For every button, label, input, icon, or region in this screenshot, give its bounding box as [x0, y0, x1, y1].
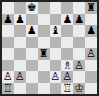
black-pawn: ♟: [3, 14, 13, 25]
square-a4[interactable]: [2, 48, 14, 60]
black-rook: ♜: [39, 48, 49, 59]
square-c3[interactable]: [26, 60, 38, 72]
square-c5[interactable]: [26, 37, 38, 49]
black-pawn: ♟: [74, 14, 84, 25]
square-h7[interactable]: [85, 14, 97, 26]
square-a5[interactable]: [2, 37, 14, 49]
square-c7[interactable]: [26, 14, 38, 26]
square-h4[interactable]: ♙: [85, 48, 97, 60]
square-d1[interactable]: [38, 83, 50, 95]
square-e7[interactable]: [50, 14, 62, 26]
square-h1[interactable]: [85, 83, 97, 95]
square-d3[interactable]: [38, 60, 50, 72]
square-g2[interactable]: [73, 71, 85, 83]
square-b1[interactable]: [14, 83, 26, 95]
square-a2[interactable]: ♙: [2, 71, 14, 83]
square-f5[interactable]: [61, 37, 73, 49]
white-pawn: ♙: [51, 71, 61, 82]
square-c2[interactable]: [26, 71, 38, 83]
square-d4[interactable]: ♜: [38, 48, 50, 60]
black-pawn: ♟: [27, 25, 37, 36]
square-d5[interactable]: [38, 37, 50, 49]
square-e3[interactable]: [50, 60, 62, 72]
square-c4[interactable]: [26, 48, 38, 60]
square-f8[interactable]: [61, 2, 73, 14]
white-king: ♔: [74, 83, 84, 94]
black-pawn: ♟: [15, 14, 25, 25]
square-a1[interactable]: ♖: [2, 83, 14, 95]
square-f7[interactable]: ♟: [61, 14, 73, 26]
chess-board: ♚♜♟♟♟♟♟♝♟♜♙♗♙♙♙♙♙♖♖♔: [0, 0, 99, 96]
square-d7[interactable]: [38, 14, 50, 26]
square-e4[interactable]: [50, 48, 62, 60]
white-bishop: ♗: [62, 60, 72, 71]
square-c1[interactable]: [26, 83, 38, 95]
square-f4[interactable]: [61, 48, 73, 60]
square-b4[interactable]: [14, 48, 26, 60]
white-pawn: ♙: [74, 60, 84, 71]
square-g8[interactable]: [73, 2, 85, 14]
square-h2[interactable]: [85, 71, 97, 83]
white-pawn: ♙: [62, 71, 72, 82]
square-c8[interactable]: ♚: [26, 2, 38, 14]
square-e5[interactable]: [50, 37, 62, 49]
square-e1[interactable]: [50, 83, 62, 95]
square-h3[interactable]: [85, 60, 97, 72]
square-a6[interactable]: [2, 25, 14, 37]
square-h6[interactable]: ♟: [85, 25, 97, 37]
square-g6[interactable]: [73, 25, 85, 37]
black-pawn: ♟: [86, 25, 96, 36]
square-h8[interactable]: ♜: [85, 2, 97, 14]
black-bishop: ♝: [51, 25, 61, 36]
square-a7[interactable]: ♟: [2, 14, 14, 26]
square-d2[interactable]: [38, 71, 50, 83]
square-g7[interactable]: ♟: [73, 14, 85, 26]
square-f2[interactable]: ♙: [61, 71, 73, 83]
white-pawn: ♙: [86, 48, 96, 59]
square-d8[interactable]: [38, 2, 50, 14]
black-king: ♚: [27, 2, 37, 13]
square-b5[interactable]: [14, 37, 26, 49]
square-f1[interactable]: ♖: [61, 83, 73, 95]
square-d6[interactable]: [38, 25, 50, 37]
square-b7[interactable]: ♟: [14, 14, 26, 26]
square-e8[interactable]: [50, 2, 62, 14]
square-h5[interactable]: [85, 37, 97, 49]
square-e6[interactable]: ♝: [50, 25, 62, 37]
square-g3[interactable]: ♙: [73, 60, 85, 72]
square-g5[interactable]: [73, 37, 85, 49]
square-a3[interactable]: [2, 60, 14, 72]
white-pawn: ♙: [15, 71, 25, 82]
square-b3[interactable]: [14, 60, 26, 72]
square-b2[interactable]: ♙: [14, 71, 26, 83]
square-e2[interactable]: ♙: [50, 71, 62, 83]
square-g1[interactable]: ♔: [73, 83, 85, 95]
white-rook: ♖: [62, 83, 72, 94]
board-grid: ♚♜♟♟♟♟♟♝♟♜♙♗♙♙♙♙♙♖♖♔: [2, 2, 97, 94]
black-pawn: ♟: [62, 14, 72, 25]
white-pawn: ♙: [3, 71, 13, 82]
black-rook: ♜: [86, 2, 96, 13]
square-b6[interactable]: [14, 25, 26, 37]
square-f3[interactable]: ♗: [61, 60, 73, 72]
square-f6[interactable]: [61, 25, 73, 37]
square-c6[interactable]: ♟: [26, 25, 38, 37]
square-b8[interactable]: [14, 2, 26, 14]
square-g4[interactable]: [73, 48, 85, 60]
square-a8[interactable]: [2, 2, 14, 14]
white-rook: ♖: [3, 83, 13, 94]
